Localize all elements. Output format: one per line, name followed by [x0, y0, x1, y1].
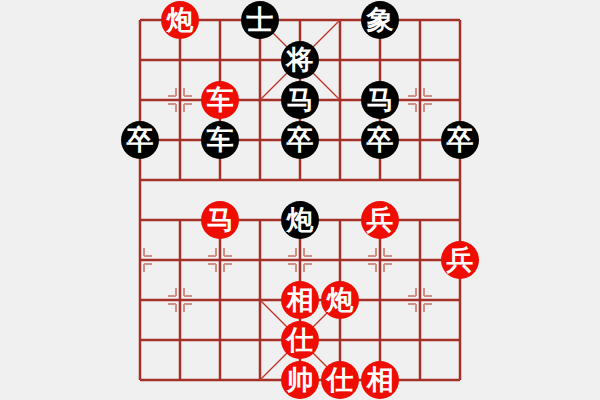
- intersection-2-7[interactable]: [200, 280, 240, 320]
- red-advisor[interactable]: 仕: [281, 321, 319, 359]
- intersection-0-1[interactable]: [120, 40, 160, 80]
- black-soldier[interactable]: 卒: [441, 121, 479, 159]
- intersection-3-8[interactable]: [240, 320, 280, 360]
- intersection-2-8[interactable]: [200, 320, 240, 360]
- intersection-3-4[interactable]: [240, 160, 280, 200]
- intersection-4-4[interactable]: [280, 160, 320, 200]
- red-advisor[interactable]: 仕: [321, 361, 359, 399]
- black-soldier[interactable]: 卒: [281, 121, 319, 159]
- intersection-2-9[interactable]: [200, 360, 240, 400]
- intersection-1-4[interactable]: [160, 160, 200, 200]
- intersection-1-6[interactable]: [160, 240, 200, 280]
- intersection-3-9[interactable]: [240, 360, 280, 400]
- black-elephant[interactable]: 象: [361, 1, 399, 39]
- black-soldier[interactable]: 卒: [361, 121, 399, 159]
- intersection-3-1[interactable]: [240, 40, 280, 80]
- intersection-7-0[interactable]: [400, 0, 440, 40]
- intersection-6-4[interactable]: [360, 160, 400, 200]
- intersection-5-6[interactable]: [320, 240, 360, 280]
- intersection-5-2[interactable]: [320, 80, 360, 120]
- intersection-6-8[interactable]: [360, 320, 400, 360]
- intersection-7-4[interactable]: [400, 160, 440, 200]
- intersection-8-1[interactable]: [440, 40, 480, 80]
- intersection-3-5[interactable]: [240, 200, 280, 240]
- intersection-1-1[interactable]: [160, 40, 200, 80]
- intersection-0-5[interactable]: [120, 200, 160, 240]
- intersection-8-7[interactable]: [440, 280, 480, 320]
- intersection-1-9[interactable]: [160, 360, 200, 400]
- red-soldier[interactable]: 兵: [441, 241, 479, 279]
- red-general[interactable]: 帅: [281, 361, 319, 399]
- intersection-8-5[interactable]: [440, 200, 480, 240]
- intersection-1-2[interactable]: [160, 80, 200, 120]
- intersection-2-4[interactable]: [200, 160, 240, 200]
- intersection-8-4[interactable]: [440, 160, 480, 200]
- intersection-8-9[interactable]: [440, 360, 480, 400]
- intersection-0-0[interactable]: [120, 0, 160, 40]
- intersection-8-2[interactable]: [440, 80, 480, 120]
- intersection-7-8[interactable]: [400, 320, 440, 360]
- intersection-5-4[interactable]: [320, 160, 360, 200]
- intersection-4-0[interactable]: [280, 0, 320, 40]
- intersection-0-8[interactable]: [120, 320, 160, 360]
- red-chariot[interactable]: 车: [201, 81, 239, 119]
- intersection-1-8[interactable]: [160, 320, 200, 360]
- intersection-7-1[interactable]: [400, 40, 440, 80]
- intersection-1-5[interactable]: [160, 200, 200, 240]
- red-soldier[interactable]: 兵: [361, 201, 399, 239]
- intersection-6-6[interactable]: [360, 240, 400, 280]
- black-soldier[interactable]: 卒: [121, 121, 159, 159]
- black-horse[interactable]: 马: [361, 81, 399, 119]
- intersection-6-1[interactable]: [360, 40, 400, 80]
- black-advisor[interactable]: 士: [241, 1, 279, 39]
- intersection-7-3[interactable]: [400, 120, 440, 160]
- intersection-3-7[interactable]: [240, 280, 280, 320]
- black-horse[interactable]: 马: [281, 81, 319, 119]
- intersection-5-1[interactable]: [320, 40, 360, 80]
- red-cannon[interactable]: 炮: [321, 281, 359, 319]
- intersection-0-9[interactable]: [120, 360, 160, 400]
- intersection-3-2[interactable]: [240, 80, 280, 120]
- intersection-7-2[interactable]: [400, 80, 440, 120]
- intersection-7-7[interactable]: [400, 280, 440, 320]
- intersection-3-6[interactable]: [240, 240, 280, 280]
- intersection-3-3[interactable]: [240, 120, 280, 160]
- intersection-2-6[interactable]: [200, 240, 240, 280]
- red-elephant[interactable]: 相: [361, 361, 399, 399]
- intersection-5-3[interactable]: [320, 120, 360, 160]
- intersection-8-8[interactable]: [440, 320, 480, 360]
- intersection-6-7[interactable]: [360, 280, 400, 320]
- intersection-7-9[interactable]: [400, 360, 440, 400]
- intersection-0-2[interactable]: [120, 80, 160, 120]
- red-cannon[interactable]: 炮: [161, 1, 199, 39]
- intersection-1-3[interactable]: [160, 120, 200, 160]
- xiangqi-game-screen: 炮士象将车马马卒车卒卒卒马炮兵兵相炮仕帅仕相: [0, 0, 600, 400]
- intersection-4-6[interactable]: [280, 240, 320, 280]
- red-elephant[interactable]: 相: [281, 281, 319, 319]
- black-cannon[interactable]: 炮: [281, 201, 319, 239]
- red-horse[interactable]: 马: [201, 201, 239, 239]
- intersection-7-6[interactable]: [400, 240, 440, 280]
- black-chariot[interactable]: 车: [201, 121, 239, 159]
- intersection-7-5[interactable]: [400, 200, 440, 240]
- intersection-1-7[interactable]: [160, 280, 200, 320]
- intersection-5-8[interactable]: [320, 320, 360, 360]
- intersection-0-7[interactable]: [120, 280, 160, 320]
- intersection-2-1[interactable]: [200, 40, 240, 80]
- intersection-0-6[interactable]: [120, 240, 160, 280]
- intersection-5-0[interactable]: [320, 0, 360, 40]
- black-general[interactable]: 将: [281, 41, 319, 79]
- intersection-2-0[interactable]: [200, 0, 240, 40]
- intersection-0-4[interactable]: [120, 160, 160, 200]
- intersection-8-0[interactable]: [440, 0, 480, 40]
- intersection-5-5[interactable]: [320, 200, 360, 240]
